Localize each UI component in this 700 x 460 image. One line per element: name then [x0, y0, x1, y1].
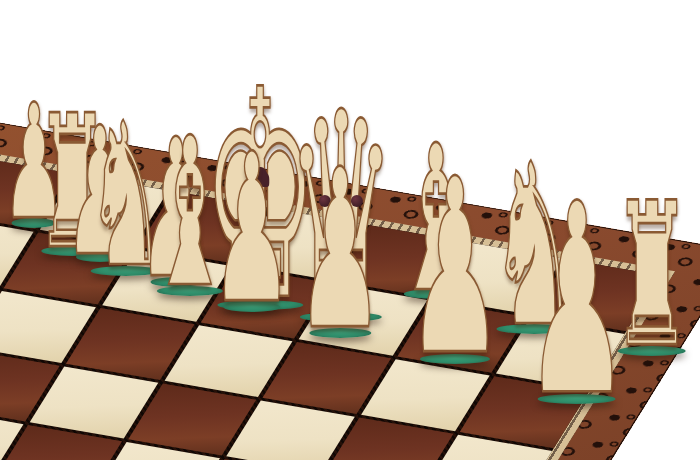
green-felt-base [91, 266, 161, 276]
white-rook-back-left: ♜ [26, 172, 117, 252]
pawn-glyph: ♟ [525, 199, 630, 404]
bishop-glyph: ♝ [396, 141, 476, 298]
white-queen: ♛ [273, 195, 409, 318]
white-pawn-6: ♟ [395, 255, 515, 360]
chess-set-photo: ♜♞♝♚♛♝♞♜♟♟♟♟♟♟♟ [0, 0, 700, 460]
pawn-glyph: ♟ [407, 175, 503, 363]
green-felt-base [41, 246, 103, 256]
king-glyph: ♚ [203, 85, 318, 310]
crown-ball [335, 195, 347, 207]
white-king: ♚ [188, 167, 331, 306]
green-felt-base [223, 302, 280, 312]
white-pawn-4: ♟ [201, 219, 303, 308]
green-felt-base [309, 328, 371, 338]
queen-dark-crown-balls [319, 195, 363, 207]
green-felt-base [404, 289, 468, 299]
green-felt-base [150, 277, 202, 287]
queen-glyph: ♛ [286, 108, 395, 321]
green-felt-base [76, 252, 124, 262]
white-pawn-2: ♟ [56, 182, 144, 258]
white-pawn-3: ♟ [128, 200, 223, 283]
white-bishop-back-left: ♝ [139, 203, 241, 292]
pawn-glyph: ♟ [2, 103, 65, 227]
knight-glyph: ♞ [490, 159, 579, 333]
green-felt-base [300, 312, 382, 322]
crown-ball [351, 195, 363, 207]
pawn-glyph: ♟ [211, 151, 293, 311]
white-pawn-7: ♟ [512, 286, 643, 400]
white-bishop-back-right: ♝ [386, 208, 486, 295]
green-felt-base [618, 346, 686, 356]
knight-glyph: ♞ [87, 120, 166, 274]
green-felt-base [12, 218, 56, 228]
rook-glyph: ♜ [35, 111, 108, 254]
pieces-layer: ♜♞♝♚♛♝♞♜♟♟♟♟♟♟♟ [0, 0, 700, 460]
white-pawn-1: ♟ [0, 155, 73, 224]
white-pawn-5: ♟ [285, 239, 394, 334]
white-knight-back-right: ♞ [478, 233, 589, 330]
pawn-glyph: ♟ [296, 166, 384, 337]
bishop-glyph: ♝ [149, 135, 231, 295]
green-felt-base [217, 300, 303, 310]
rook-glyph: ♜ [613, 200, 692, 354]
white-knight-back-left: ♞ [77, 186, 176, 272]
king-dark-crown-finial [253, 167, 267, 187]
pawn-glyph: ♟ [138, 137, 214, 286]
pawn-glyph: ♟ [65, 123, 135, 261]
green-felt-base [420, 354, 490, 364]
green-felt-base [157, 286, 223, 296]
white-rook-back-right: ♜ [603, 266, 700, 352]
crown-ball [319, 195, 331, 207]
green-felt-base [538, 394, 616, 404]
green-felt-base [496, 324, 572, 334]
